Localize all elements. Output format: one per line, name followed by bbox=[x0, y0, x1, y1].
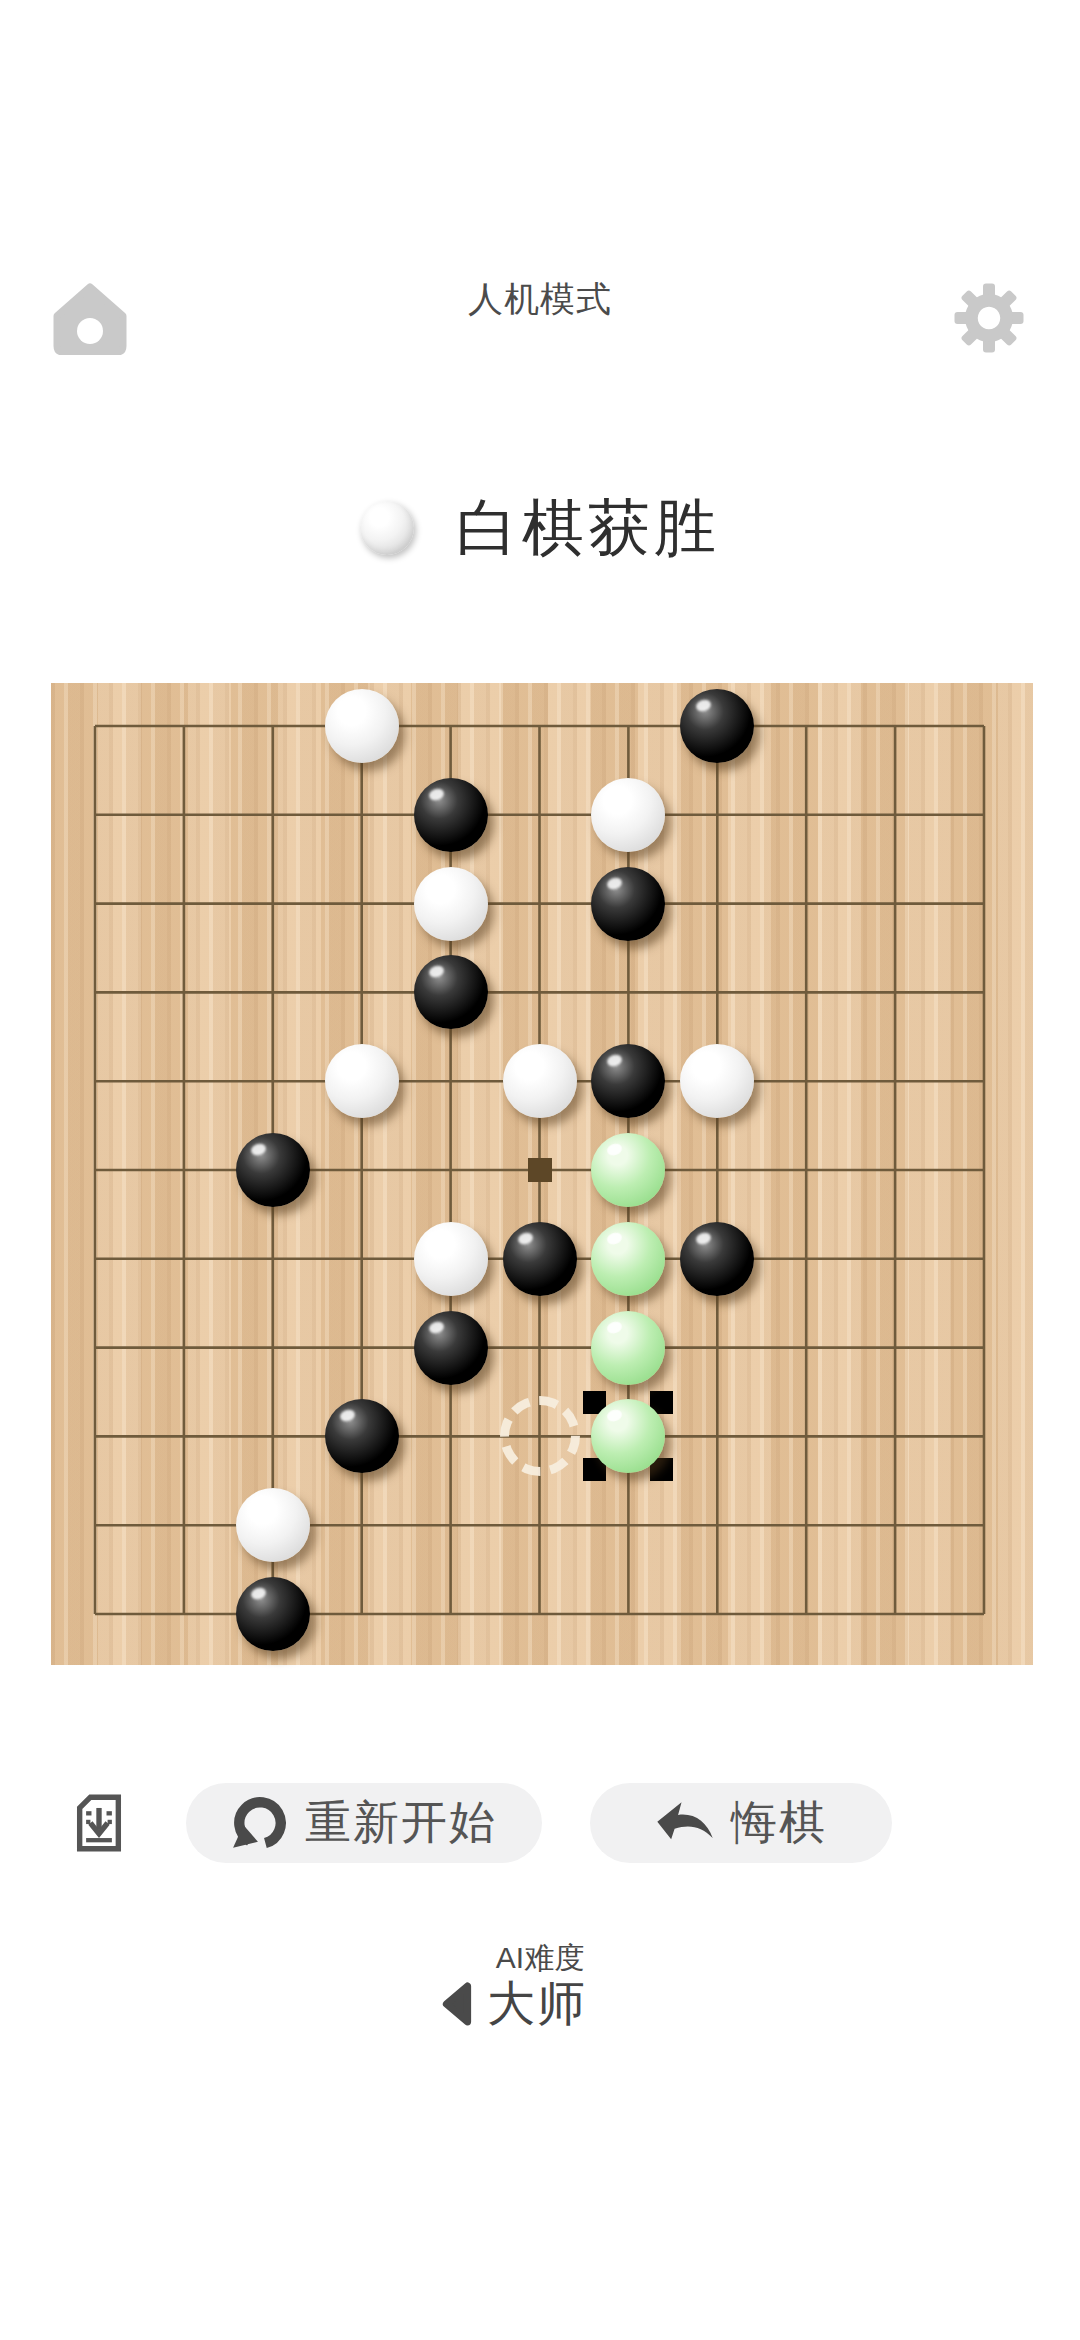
white-stone bbox=[503, 1044, 577, 1118]
board[interactable] bbox=[51, 683, 1033, 1665]
save-record-icon bbox=[76, 1794, 122, 1852]
white-stone bbox=[680, 1044, 754, 1118]
black-stone bbox=[503, 1222, 577, 1296]
restart-label: 重新开始 bbox=[305, 1792, 497, 1854]
white-stone bbox=[414, 867, 488, 941]
winning-white-stone-green bbox=[591, 1311, 665, 1385]
undo-button[interactable]: 悔棋 bbox=[590, 1783, 892, 1863]
undo-label: 悔棋 bbox=[731, 1792, 827, 1854]
white-stone bbox=[591, 778, 665, 852]
undo-arrow-icon bbox=[655, 1801, 715, 1845]
white-stone-icon bbox=[360, 501, 414, 555]
black-stone bbox=[680, 689, 754, 763]
black-stone bbox=[680, 1222, 754, 1296]
white-stone bbox=[236, 1488, 310, 1562]
restart-icon bbox=[231, 1794, 289, 1852]
difficulty-value: 大师 bbox=[487, 1972, 587, 2036]
black-stone bbox=[236, 1133, 310, 1207]
restart-button[interactable]: 重新开始 bbox=[186, 1783, 542, 1863]
white-stone bbox=[325, 689, 399, 763]
game-record-button[interactable] bbox=[76, 1794, 122, 1852]
difficulty-prev-arrow-icon[interactable] bbox=[441, 1981, 473, 2027]
winning-white-stone-green bbox=[591, 1133, 665, 1207]
settings-button[interactable] bbox=[953, 281, 1025, 355]
black-stone bbox=[414, 1311, 488, 1385]
black-stone bbox=[414, 778, 488, 852]
winner-text: 白棋获胜 bbox=[456, 486, 720, 570]
black-stone bbox=[236, 1577, 310, 1651]
white-stone bbox=[414, 1222, 488, 1296]
winner-banner: 白棋获胜 bbox=[0, 486, 1080, 570]
white-stone bbox=[325, 1044, 399, 1118]
black-stone bbox=[414, 955, 488, 1029]
hint-dashed-circle bbox=[500, 1396, 580, 1476]
square-move-marker bbox=[528, 1158, 552, 1182]
page-title: 人机模式 bbox=[0, 276, 1080, 323]
difficulty-selector: 大师 bbox=[0, 1972, 1054, 2036]
winning-white-stone-green bbox=[591, 1222, 665, 1296]
app-screen: 人机模式 白棋获胜 bbox=[0, 0, 1080, 2340]
gear-icon bbox=[953, 281, 1025, 355]
black-stone bbox=[591, 867, 665, 941]
black-stone bbox=[325, 1399, 399, 1473]
